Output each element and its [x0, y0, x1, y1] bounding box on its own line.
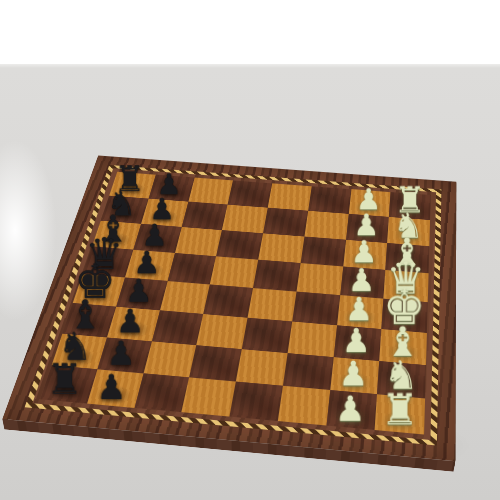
square-e6 — [160, 281, 210, 314]
square-h8: ♜ — [40, 365, 97, 403]
square-g3 — [283, 353, 334, 390]
square-e4 — [248, 288, 297, 321]
piece-black-rook: ♜ — [46, 361, 83, 399]
square-a3 — [308, 186, 351, 214]
square-b3 — [304, 211, 348, 240]
square-h5 — [182, 378, 236, 417]
board-frame: ♜♟♟♜♞♟♟♞♝♟♟♝♛♟♟♛♚♟♟♚♝♟♟♝♞♟♟♞♜♟♟♜ — [2, 155, 456, 461]
square-a4 — [268, 183, 312, 210]
chessboard: ♜♟♟♜♞♟♟♞♝♟♟♝♛♟♟♛♚♟♟♚♝♟♟♝♞♟♟♞♜♟♟♜ — [2, 155, 456, 461]
piece-black-pawn: ♟ — [96, 372, 126, 404]
square-b5 — [222, 205, 268, 234]
frame-inner-strip: ♜♟♟♜♞♟♟♞♝♟♟♝♛♟♟♛♚♟♟♚♝♟♟♝♞♟♟♞♜♟♟♜ — [32, 168, 436, 440]
square-a6 — [188, 177, 233, 204]
piece-white-pawn: ♟ — [342, 326, 371, 357]
square-d6 — [167, 253, 216, 284]
square-g6 — [143, 341, 196, 378]
square-h2: ♟ — [326, 390, 377, 430]
square-g5 — [189, 345, 242, 382]
square-a5 — [228, 180, 272, 207]
square-e3 — [292, 292, 340, 326]
board-squares: ♜♟♟♜♞♟♟♞♝♟♟♝♛♟♟♛♚♟♟♚♝♟♟♝♞♟♟♞♜♟♟♜ — [40, 172, 431, 435]
square-c5 — [216, 230, 263, 260]
square-e5 — [203, 284, 253, 317]
square-f4 — [242, 318, 292, 353]
square-h1: ♜ — [375, 394, 425, 434]
square-c4 — [258, 233, 304, 263]
square-h3 — [278, 386, 330, 426]
backdrop-wall — [0, 0, 500, 64]
piece-black-pawn: ♟ — [106, 338, 135, 369]
square-d4 — [253, 260, 300, 292]
square-h6 — [134, 374, 189, 413]
piece-white-pawn: ♟ — [339, 359, 369, 390]
square-d3 — [296, 263, 343, 295]
piece-white-pawn: ♟ — [335, 393, 366, 425]
square-b4 — [263, 208, 308, 237]
square-d5 — [210, 256, 258, 288]
square-c6 — [175, 227, 223, 257]
piece-white-rook: ♜ — [381, 390, 419, 429]
square-f3 — [287, 321, 336, 356]
square-g4 — [236, 349, 288, 386]
square-b6 — [181, 202, 227, 230]
photo-scene: ♜♟♟♜♞♟♟♞♝♟♟♝♛♟♟♛♚♟♟♚♝♟♟♝♞♟♟♞♜♟♟♜ — [0, 0, 500, 500]
square-c3 — [300, 236, 345, 266]
square-h4 — [229, 382, 282, 421]
square-f6 — [152, 310, 204, 345]
rope-inlay-border: ♜♟♟♜♞♟♟♞♝♟♟♝♛♟♟♛♚♟♟♚♝♟♟♝♞♟♟♞♜♟♟♜ — [25, 165, 442, 446]
square-f5 — [197, 314, 248, 349]
